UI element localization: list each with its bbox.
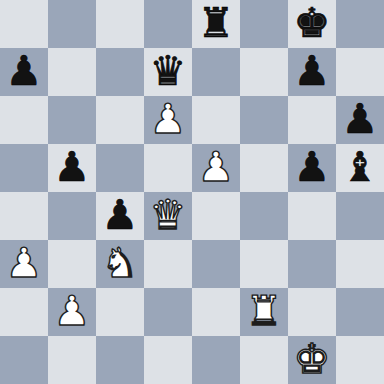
piece-black-pawn-g7[interactable]: ♟	[294, 47, 331, 95]
square-a1[interactable]	[0, 336, 48, 384]
square-c6[interactable]	[96, 96, 144, 144]
square-h5[interactable]: ♝	[336, 144, 384, 192]
chess-board: ♜♚♟♛♟♟♟♟♟♟♝♟♛♟♞♟♜♚	[0, 0, 384, 384]
square-c4[interactable]: ♟	[96, 192, 144, 240]
square-a3[interactable]: ♟	[0, 240, 48, 288]
square-d1[interactable]	[144, 336, 192, 384]
piece-white-king-g1[interactable]: ♚	[294, 335, 331, 383]
square-g7[interactable]: ♟	[288, 48, 336, 96]
square-g4[interactable]	[288, 192, 336, 240]
square-f3[interactable]	[240, 240, 288, 288]
square-f8[interactable]	[240, 0, 288, 48]
square-d7[interactable]: ♛	[144, 48, 192, 96]
piece-black-queen-d7[interactable]: ♛	[150, 47, 187, 95]
piece-black-bishop-h5[interactable]: ♝	[342, 143, 379, 191]
square-e4[interactable]	[192, 192, 240, 240]
square-g8[interactable]: ♚	[288, 0, 336, 48]
piece-black-pawn-g5[interactable]: ♟	[294, 143, 331, 191]
square-d3[interactable]	[144, 240, 192, 288]
square-d8[interactable]	[144, 0, 192, 48]
square-a6[interactable]	[0, 96, 48, 144]
square-d2[interactable]	[144, 288, 192, 336]
square-a5[interactable]	[0, 144, 48, 192]
square-b3[interactable]	[48, 240, 96, 288]
square-h2[interactable]	[336, 288, 384, 336]
square-a7[interactable]: ♟	[0, 48, 48, 96]
square-b6[interactable]	[48, 96, 96, 144]
square-c8[interactable]	[96, 0, 144, 48]
square-e2[interactable]	[192, 288, 240, 336]
square-c7[interactable]	[96, 48, 144, 96]
square-a4[interactable]	[0, 192, 48, 240]
square-g1[interactable]: ♚	[288, 336, 336, 384]
piece-white-pawn-d6[interactable]: ♟	[150, 95, 187, 143]
square-e6[interactable]	[192, 96, 240, 144]
square-f1[interactable]	[240, 336, 288, 384]
square-f7[interactable]	[240, 48, 288, 96]
square-b8[interactable]	[48, 0, 96, 48]
square-e3[interactable]	[192, 240, 240, 288]
square-d5[interactable]	[144, 144, 192, 192]
square-b4[interactable]	[48, 192, 96, 240]
piece-black-pawn-a7[interactable]: ♟	[6, 47, 43, 95]
square-d6[interactable]: ♟	[144, 96, 192, 144]
square-d4[interactable]: ♛	[144, 192, 192, 240]
square-e5[interactable]: ♟	[192, 144, 240, 192]
square-h6[interactable]: ♟	[336, 96, 384, 144]
square-c5[interactable]	[96, 144, 144, 192]
square-g3[interactable]	[288, 240, 336, 288]
square-b5[interactable]: ♟	[48, 144, 96, 192]
square-e8[interactable]: ♜	[192, 0, 240, 48]
square-h4[interactable]	[336, 192, 384, 240]
piece-white-knight-c3[interactable]: ♞	[102, 239, 139, 287]
square-a8[interactable]	[0, 0, 48, 48]
square-b7[interactable]	[48, 48, 96, 96]
piece-black-pawn-b5[interactable]: ♟	[54, 143, 91, 191]
piece-black-pawn-c4[interactable]: ♟	[102, 191, 139, 239]
square-b1[interactable]	[48, 336, 96, 384]
piece-white-pawn-e5[interactable]: ♟	[198, 143, 235, 191]
square-g2[interactable]	[288, 288, 336, 336]
square-a2[interactable]	[0, 288, 48, 336]
square-h8[interactable]	[336, 0, 384, 48]
piece-black-pawn-h6[interactable]: ♟	[342, 95, 379, 143]
square-f4[interactable]	[240, 192, 288, 240]
piece-white-pawn-a3[interactable]: ♟	[6, 239, 43, 287]
piece-black-king-g8[interactable]: ♚	[294, 0, 331, 47]
piece-white-pawn-b2[interactable]: ♟	[54, 287, 91, 335]
piece-white-queen-d4[interactable]: ♛	[150, 191, 187, 239]
piece-white-rook-f2[interactable]: ♜	[246, 287, 283, 335]
square-f5[interactable]	[240, 144, 288, 192]
square-c3[interactable]: ♞	[96, 240, 144, 288]
square-f2[interactable]: ♜	[240, 288, 288, 336]
square-b2[interactable]: ♟	[48, 288, 96, 336]
square-g5[interactable]: ♟	[288, 144, 336, 192]
square-c2[interactable]	[96, 288, 144, 336]
square-g6[interactable]	[288, 96, 336, 144]
square-h1[interactable]	[336, 336, 384, 384]
square-f6[interactable]	[240, 96, 288, 144]
piece-black-rook-e8[interactable]: ♜	[198, 0, 235, 47]
square-h3[interactable]	[336, 240, 384, 288]
square-c1[interactable]	[96, 336, 144, 384]
square-e1[interactable]	[192, 336, 240, 384]
square-h7[interactable]	[336, 48, 384, 96]
square-e7[interactable]	[192, 48, 240, 96]
